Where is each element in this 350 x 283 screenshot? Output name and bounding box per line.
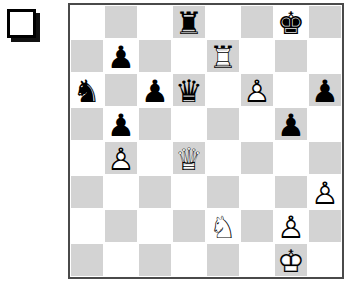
- square-e4[interactable]: [206, 141, 240, 175]
- square-f3[interactable]: [240, 175, 274, 209]
- square-f2[interactable]: [240, 209, 274, 243]
- square-a7[interactable]: [70, 39, 104, 73]
- square-c3[interactable]: [138, 175, 172, 209]
- piece-outline-layer: ♔: [274, 243, 308, 277]
- square-b8[interactable]: [104, 5, 138, 39]
- white-pawn-g2[interactable]: ♟♙: [274, 209, 308, 243]
- square-e3[interactable]: [206, 175, 240, 209]
- square-d1[interactable]: [172, 243, 206, 277]
- white-pawn-b4[interactable]: ♟♙: [104, 141, 138, 175]
- square-g2[interactable]: ♟♙: [274, 209, 308, 243]
- piece-fill-layer: ♟: [138, 73, 172, 107]
- piece-fill-layer: ♟: [104, 39, 138, 73]
- square-d8[interactable]: ♜: [172, 5, 206, 39]
- square-d5[interactable]: [172, 107, 206, 141]
- black-knight-a6[interactable]: ♞: [70, 73, 104, 107]
- square-g7[interactable]: [274, 39, 308, 73]
- square-d6[interactable]: ♛: [172, 73, 206, 107]
- square-a2[interactable]: [70, 209, 104, 243]
- square-d7[interactable]: [172, 39, 206, 73]
- square-h4[interactable]: [308, 141, 342, 175]
- square-c8[interactable]: [138, 5, 172, 39]
- piece-outline-layer: ♕: [172, 141, 206, 175]
- square-c4[interactable]: [138, 141, 172, 175]
- square-f4[interactable]: [240, 141, 274, 175]
- piece-fill-layer: ♞: [70, 73, 104, 107]
- square-f8[interactable]: [240, 5, 274, 39]
- square-e2[interactable]: ♞♘: [206, 209, 240, 243]
- square-e8[interactable]: [206, 5, 240, 39]
- piece-outline-layer: ♙: [240, 73, 274, 107]
- square-g6[interactable]: [274, 73, 308, 107]
- square-b3[interactable]: [104, 175, 138, 209]
- square-c6[interactable]: ♟: [138, 73, 172, 107]
- piece-outline-layer: ♘: [206, 209, 240, 243]
- square-h2[interactable]: [308, 209, 342, 243]
- square-h6[interactable]: ♟: [308, 73, 342, 107]
- square-g1[interactable]: ♚♔: [274, 243, 308, 277]
- square-b2[interactable]: [104, 209, 138, 243]
- square-b6[interactable]: [104, 73, 138, 107]
- square-f5[interactable]: [240, 107, 274, 141]
- black-queen-d6[interactable]: ♛: [172, 73, 206, 107]
- white-pawn-f6[interactable]: ♟♙: [240, 73, 274, 107]
- square-a5[interactable]: [70, 107, 104, 141]
- square-a3[interactable]: [70, 175, 104, 209]
- square-c1[interactable]: [138, 243, 172, 277]
- square-d2[interactable]: [172, 209, 206, 243]
- chess-diagram: ♜♚♟♜♖♞♟♛♟♙♟♟♟♟♙♛♕♟♙♞♘♟♙♚♔: [0, 0, 350, 283]
- square-a8[interactable]: [70, 5, 104, 39]
- piece-outline-layer: ♙: [274, 209, 308, 243]
- square-h5[interactable]: [308, 107, 342, 141]
- chess-board: ♜♚♟♜♖♞♟♛♟♙♟♟♟♟♙♛♕♟♙♞♘♟♙♚♔: [68, 3, 344, 279]
- square-f6[interactable]: ♟♙: [240, 73, 274, 107]
- piece-outline-layer: ♙: [104, 141, 138, 175]
- white-queen-d4[interactable]: ♛♕: [172, 141, 206, 175]
- square-e7[interactable]: ♜♖: [206, 39, 240, 73]
- square-f1[interactable]: [240, 243, 274, 277]
- black-pawn-h6[interactable]: ♟: [308, 73, 342, 107]
- piece-fill-layer: ♟: [104, 107, 138, 141]
- white-to-move-indicator: [7, 9, 36, 38]
- square-e1[interactable]: [206, 243, 240, 277]
- square-g3[interactable]: [274, 175, 308, 209]
- piece-outline-layer: ♙: [308, 175, 342, 209]
- square-g8[interactable]: ♚: [274, 5, 308, 39]
- square-b7[interactable]: ♟: [104, 39, 138, 73]
- square-c5[interactable]: [138, 107, 172, 141]
- square-c2[interactable]: [138, 209, 172, 243]
- square-h8[interactable]: [308, 5, 342, 39]
- black-pawn-b5[interactable]: ♟: [104, 107, 138, 141]
- square-c7[interactable]: [138, 39, 172, 73]
- piece-fill-layer: ♛: [172, 73, 206, 107]
- black-king-g8[interactable]: ♚: [274, 5, 308, 39]
- piece-fill-layer: ♟: [274, 107, 308, 141]
- square-d4[interactable]: ♛♕: [172, 141, 206, 175]
- white-pawn-h3[interactable]: ♟♙: [308, 175, 342, 209]
- piece-fill-layer: ♜: [172, 5, 206, 39]
- square-b1[interactable]: [104, 243, 138, 277]
- square-d3[interactable]: [172, 175, 206, 209]
- square-a4[interactable]: [70, 141, 104, 175]
- square-b4[interactable]: ♟♙: [104, 141, 138, 175]
- square-f7[interactable]: [240, 39, 274, 73]
- square-g5[interactable]: ♟: [274, 107, 308, 141]
- square-e5[interactable]: [206, 107, 240, 141]
- piece-fill-layer: ♟: [308, 73, 342, 107]
- piece-outline-layer: ♖: [206, 39, 240, 73]
- square-h1[interactable]: [308, 243, 342, 277]
- square-b5[interactable]: ♟: [104, 107, 138, 141]
- square-h7[interactable]: [308, 39, 342, 73]
- piece-fill-layer: ♚: [274, 5, 308, 39]
- white-knight-e2[interactable]: ♞♘: [206, 209, 240, 243]
- square-h3[interactable]: ♟♙: [308, 175, 342, 209]
- black-pawn-g5[interactable]: ♟: [274, 107, 308, 141]
- square-a1[interactable]: [70, 243, 104, 277]
- black-rook-d8[interactable]: ♜: [172, 5, 206, 39]
- white-rook-e7[interactable]: ♜♖: [206, 39, 240, 73]
- square-e6[interactable]: [206, 73, 240, 107]
- white-king-g1[interactable]: ♚♔: [274, 243, 308, 277]
- square-a6[interactable]: ♞: [70, 73, 104, 107]
- black-pawn-c6[interactable]: ♟: [138, 73, 172, 107]
- square-g4[interactable]: [274, 141, 308, 175]
- black-pawn-b7[interactable]: ♟: [104, 39, 138, 73]
